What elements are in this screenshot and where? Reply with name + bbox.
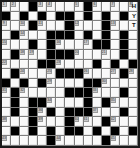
black-cell: [11, 31, 20, 41]
grid-cell[interactable]: 23: [56, 60, 65, 70]
grid-cell[interactable]: [84, 60, 93, 70]
black-cell: [65, 88, 74, 98]
grid-cell[interactable]: [65, 60, 74, 70]
clue-number: 5: [75, 2, 80, 7]
black-cell: [38, 79, 47, 89]
clue-number: 43: [2, 136, 7, 141]
grid-cell[interactable]: [129, 117, 138, 127]
black-cell: [38, 12, 47, 22]
clue-number: 6: [93, 2, 98, 7]
clue-number: 33: [93, 88, 98, 93]
grid-cell[interactable]: [47, 12, 56, 22]
grid-cell[interactable]: 34: [47, 98, 56, 108]
clue-number: 25: [47, 69, 52, 74]
grid-cell[interactable]: 37: [93, 108, 102, 118]
grid-cell[interactable]: [2, 127, 11, 137]
grid-cell[interactable]: [29, 79, 38, 89]
grid-cell[interactable]: [129, 40, 138, 50]
grid-cell[interactable]: [84, 50, 93, 60]
black-cell: [56, 12, 65, 22]
grid-cell[interactable]: [75, 79, 84, 89]
grid-cell[interactable]: [93, 21, 102, 31]
grid-cell[interactable]: [75, 98, 84, 108]
grid-cell[interactable]: [102, 127, 111, 137]
grid-cell[interactable]: 29: [47, 79, 56, 89]
grid-cell[interactable]: [129, 50, 138, 60]
grid-cell[interactable]: [20, 2, 29, 12]
clue-number: 31: [2, 88, 7, 93]
grid-cell[interactable]: 35: [111, 98, 120, 108]
grid-cell[interactable]: [111, 50, 120, 60]
grid-cell[interactable]: [120, 127, 129, 137]
grid-cell[interactable]: 22: [2, 60, 11, 70]
grid-cell[interactable]: [29, 88, 38, 98]
black-cell: [84, 98, 93, 108]
clue-number: 17: [84, 40, 89, 45]
clue-number: 28: [129, 69, 134, 74]
clue-number: 39: [38, 117, 43, 122]
clue-number: 22: [2, 60, 7, 65]
grid-cell[interactable]: [11, 117, 20, 127]
grid-cell[interactable]: [129, 136, 138, 146]
grid-cell[interactable]: [20, 108, 29, 118]
black-cell: [102, 136, 111, 146]
black-cell: [93, 127, 102, 137]
grid-cell[interactable]: [56, 98, 65, 108]
black-cell: [47, 60, 56, 70]
black-cell: [56, 50, 65, 60]
black-cell: [120, 69, 129, 79]
black-cell: [47, 50, 56, 60]
black-cell: [102, 40, 111, 50]
grid-cell[interactable]: T: [129, 21, 138, 31]
grid-cell[interactable]: Y: [129, 12, 138, 22]
grid-cell[interactable]: [120, 60, 129, 70]
grid-cell[interactable]: [120, 136, 129, 146]
grid-cell[interactable]: [102, 69, 111, 79]
black-cell: [29, 40, 38, 50]
grid-cell[interactable]: 25: [47, 69, 56, 79]
black-cell: [11, 108, 20, 118]
clue-number: 37: [93, 108, 98, 113]
black-cell: [65, 21, 74, 31]
grid-cell[interactable]: [120, 117, 129, 127]
grid-cell[interactable]: 20: [75, 50, 84, 60]
clue-number: 26: [84, 69, 89, 74]
black-cell: [2, 12, 11, 22]
black-cell: [129, 60, 138, 70]
grid-cell[interactable]: 6: [93, 2, 102, 12]
black-cell: [120, 88, 129, 98]
grid-cell[interactable]: [75, 60, 84, 70]
grid-cell[interactable]: [93, 50, 102, 60]
grid-cell[interactable]: [2, 98, 11, 108]
clue-number: 1: [2, 2, 7, 7]
grid-cell[interactable]: [47, 21, 56, 31]
black-cell: [75, 88, 84, 98]
black-cell: [29, 2, 38, 12]
grid-cell[interactable]: [93, 136, 102, 146]
grid-cell[interactable]: 24: [20, 69, 29, 79]
grid-cell[interactable]: 21: [102, 50, 111, 60]
grid-cell[interactable]: [120, 21, 129, 31]
black-cell: [47, 108, 56, 118]
grid-cell[interactable]: [56, 2, 65, 12]
grid-cell[interactable]: [56, 79, 65, 89]
grid-cell[interactable]: 16: [56, 40, 65, 50]
grid-cell[interactable]: 4: [47, 2, 56, 12]
black-cell: [65, 127, 74, 137]
black-cell: [29, 21, 38, 31]
grid-cell[interactable]: [38, 136, 47, 146]
grid-cell[interactable]: [56, 108, 65, 118]
black-cell: [75, 69, 84, 79]
grid-cell[interactable]: [75, 12, 84, 22]
black-cell: [11, 88, 20, 98]
grid-cell[interactable]: 31: [2, 88, 11, 98]
grid-cell[interactable]: [38, 127, 47, 137]
grid-cell[interactable]: [56, 88, 65, 98]
grid-cell[interactable]: [129, 88, 138, 98]
clue-number: 16: [56, 40, 61, 45]
black-cell: [65, 12, 74, 22]
crossword-grid: 12345678HY910111213T14151617181920212223…: [2, 2, 138, 146]
grid-cell[interactable]: 10: [20, 21, 29, 31]
black-cell: [75, 127, 84, 137]
grid-cell[interactable]: [20, 60, 29, 70]
grid-cell[interactable]: [93, 12, 102, 22]
grid-cell[interactable]: [20, 117, 29, 127]
black-cell: [65, 108, 74, 118]
clue-number: 2: [11, 2, 16, 7]
black-cell: [93, 40, 102, 50]
grid-cell[interactable]: [29, 136, 38, 146]
grid-cell[interactable]: 33: [93, 88, 102, 98]
black-cell: [11, 69, 20, 79]
clue-number: 19: [29, 50, 34, 55]
grid-cell[interactable]: 14: [20, 31, 29, 41]
black-cell: [93, 60, 102, 70]
grid-cell[interactable]: [38, 50, 47, 60]
grid-cell[interactable]: [93, 117, 102, 127]
black-cell: [29, 98, 38, 108]
grid-cell[interactable]: 44: [56, 136, 65, 146]
entered-letter: T: [129, 21, 137, 30]
grid-cell[interactable]: 3: [38, 2, 47, 12]
black-cell: [38, 98, 47, 108]
grid-cell[interactable]: [102, 88, 111, 98]
clue-number: 40: [75, 117, 80, 122]
grid-cell[interactable]: 15: [2, 40, 11, 50]
entered-letter: H: [129, 2, 137, 11]
black-cell: [29, 127, 38, 137]
grid-cell[interactable]: 1: [2, 2, 11, 12]
grid-cell[interactable]: 36: [38, 108, 47, 118]
clue-number: 23: [56, 60, 61, 65]
clue-number: 32: [20, 88, 25, 93]
grid-cell[interactable]: 11: [38, 21, 47, 31]
grid-cell[interactable]: 8H: [129, 2, 138, 12]
grid-cell[interactable]: [84, 136, 93, 146]
grid-cell[interactable]: [120, 79, 129, 89]
black-cell: [111, 127, 120, 137]
black-cell: [102, 12, 111, 22]
black-cell: [84, 108, 93, 118]
black-cell: [120, 50, 129, 60]
black-cell: [84, 88, 93, 98]
grid-cell[interactable]: [2, 69, 11, 79]
grid-cell[interactable]: 5: [75, 2, 84, 12]
grid-cell[interactable]: [111, 40, 120, 50]
grid-cell[interactable]: [129, 108, 138, 118]
black-cell: [47, 127, 56, 137]
grid-cell[interactable]: [2, 50, 11, 60]
grid-cell[interactable]: [38, 88, 47, 98]
black-cell: [102, 31, 111, 41]
grid-cell[interactable]: [65, 98, 74, 108]
grid-cell[interactable]: [38, 40, 47, 50]
black-cell: [120, 31, 129, 41]
grid-cell[interactable]: 41: [84, 117, 93, 127]
grid-cell[interactable]: 45: [111, 136, 120, 146]
clue-number: 20: [75, 50, 80, 55]
grid-cell[interactable]: [11, 79, 20, 89]
clue-number: 18: [20, 50, 25, 55]
clue-number: 44: [56, 136, 61, 141]
grid-cell[interactable]: [129, 31, 138, 41]
clue-number: 30: [102, 79, 107, 84]
clue-number: 36: [38, 108, 43, 113]
black-cell: [75, 108, 84, 118]
grid-cell[interactable]: [29, 69, 38, 79]
grid-cell[interactable]: [75, 136, 84, 146]
black-cell: [38, 60, 47, 70]
grid-cell[interactable]: [2, 108, 11, 118]
black-cell: [29, 108, 38, 118]
clue-number: 4: [47, 2, 52, 7]
grid-cell[interactable]: 42: [111, 117, 120, 127]
grid-cell[interactable]: [47, 117, 56, 127]
grid-cell[interactable]: [75, 40, 84, 50]
grid-cell[interactable]: 17: [84, 40, 93, 50]
grid-cell[interactable]: 43: [2, 136, 11, 146]
grid-cell[interactable]: [29, 12, 38, 22]
grid-cell[interactable]: [65, 136, 74, 146]
black-cell: [65, 117, 74, 127]
grid-cell[interactable]: [84, 127, 93, 137]
grid-cell[interactable]: [56, 117, 65, 127]
clue-number: 42: [111, 117, 116, 122]
black-cell: [102, 117, 111, 127]
grid-cell[interactable]: [75, 31, 84, 41]
grid-cell[interactable]: [111, 12, 120, 22]
clue-number: 14: [20, 31, 25, 36]
grid-cell[interactable]: 32: [20, 88, 29, 98]
black-cell: [111, 60, 120, 70]
clue-number: 38: [2, 117, 7, 122]
grid-cell[interactable]: [65, 79, 74, 89]
clue-number: 21: [102, 50, 107, 55]
black-cell: [120, 12, 129, 22]
grid-cell[interactable]: [29, 31, 38, 41]
grid-cell[interactable]: [93, 98, 102, 108]
black-cell: [120, 108, 129, 118]
clue-number: 45: [111, 136, 116, 141]
grid-cell[interactable]: [20, 136, 29, 146]
grid-cell[interactable]: 30: [102, 79, 111, 89]
black-cell: [102, 98, 111, 108]
grid-cell[interactable]: [93, 31, 102, 41]
black-cell: [47, 40, 56, 50]
black-cell: [65, 31, 74, 41]
grid-cell[interactable]: 7: [111, 2, 120, 12]
clue-number: 15: [2, 40, 7, 45]
entered-letter: Y: [129, 12, 137, 21]
black-cell: [93, 79, 102, 89]
black-cell: [129, 127, 138, 137]
black-cell: [47, 31, 56, 41]
black-cell: [56, 31, 65, 41]
grid-cell[interactable]: [111, 88, 120, 98]
black-cell: [65, 69, 74, 79]
grid-cell[interactable]: 18: [20, 50, 29, 60]
grid-cell[interactable]: [129, 79, 138, 89]
black-cell: [56, 69, 65, 79]
grid-cell[interactable]: 28: [129, 69, 138, 79]
grid-cell[interactable]: [93, 69, 102, 79]
grid-cell[interactable]: 9: [2, 21, 11, 31]
black-cell: [20, 12, 29, 22]
grid-cell[interactable]: [65, 40, 74, 50]
grid-cell[interactable]: 38: [2, 117, 11, 127]
grid-cell[interactable]: [84, 21, 93, 31]
grid-cell[interactable]: [111, 108, 120, 118]
grid-cell[interactable]: 13: [111, 21, 120, 31]
grid-cell[interactable]: 19: [29, 50, 38, 60]
clue-number: 10: [20, 21, 25, 26]
grid-cell[interactable]: [11, 60, 20, 70]
grid-cell[interactable]: [38, 69, 47, 79]
black-cell: [84, 31, 93, 41]
grid-cell[interactable]: [56, 127, 65, 137]
grid-cell[interactable]: [20, 127, 29, 137]
clue-number: 34: [47, 98, 52, 103]
grid-cell[interactable]: [11, 136, 20, 146]
clue-number: 3: [38, 2, 43, 7]
grid-cell[interactable]: [102, 60, 111, 70]
grid-cell[interactable]: [29, 60, 38, 70]
grid-cell[interactable]: 12: [75, 21, 84, 31]
clue-number: 11: [38, 21, 43, 26]
grid-cell[interactable]: 2: [11, 2, 20, 12]
grid-cell[interactable]: 39: [38, 117, 47, 127]
grid-cell[interactable]: [111, 79, 120, 89]
clue-number: 41: [84, 117, 89, 122]
black-cell: [20, 79, 29, 89]
clue-number: 24: [20, 69, 25, 74]
grid-cell[interactable]: [111, 31, 120, 41]
grid-cell[interactable]: 27: [111, 69, 120, 79]
black-cell: [84, 79, 93, 89]
grid-cell[interactable]: [11, 40, 20, 50]
grid-cell[interactable]: [129, 98, 138, 108]
grid-cell[interactable]: [47, 88, 56, 98]
clue-number: 29: [47, 79, 52, 84]
grid-cell[interactable]: [20, 40, 29, 50]
grid-cell[interactable]: [11, 21, 20, 31]
crossword-board: 12345678HY910111213T14151617181920212223…: [0, 0, 140, 148]
grid-cell[interactable]: [38, 31, 47, 41]
grid-cell[interactable]: [102, 108, 111, 118]
clue-number: 9: [2, 21, 7, 26]
grid-cell[interactable]: [2, 31, 11, 41]
black-cell: [11, 50, 20, 60]
black-cell: [84, 2, 93, 12]
clue-number: 12: [75, 21, 80, 26]
clue-number: 35: [111, 98, 116, 103]
black-cell: [65, 50, 74, 60]
clue-number: 27: [111, 69, 116, 74]
clue-number: 13: [111, 21, 116, 26]
grid-cell[interactable]: 40: [75, 117, 84, 127]
black-cell: [84, 12, 93, 22]
black-cell: [120, 40, 129, 50]
black-cell: [11, 98, 20, 108]
black-cell: [11, 127, 20, 137]
black-cell: [47, 136, 56, 146]
grid-cell[interactable]: [102, 2, 111, 12]
grid-cell[interactable]: 26: [84, 69, 93, 79]
grid-cell[interactable]: [11, 12, 20, 22]
grid-cell[interactable]: [120, 2, 129, 12]
grid-cell[interactable]: [120, 98, 129, 108]
black-cell: [2, 79, 11, 89]
grid-cell[interactable]: [56, 21, 65, 31]
clue-number: 7: [111, 2, 116, 7]
black-cell: [102, 21, 111, 31]
grid-cell[interactable]: [20, 98, 29, 108]
grid-cell[interactable]: [65, 2, 74, 12]
black-cell: [29, 117, 38, 127]
